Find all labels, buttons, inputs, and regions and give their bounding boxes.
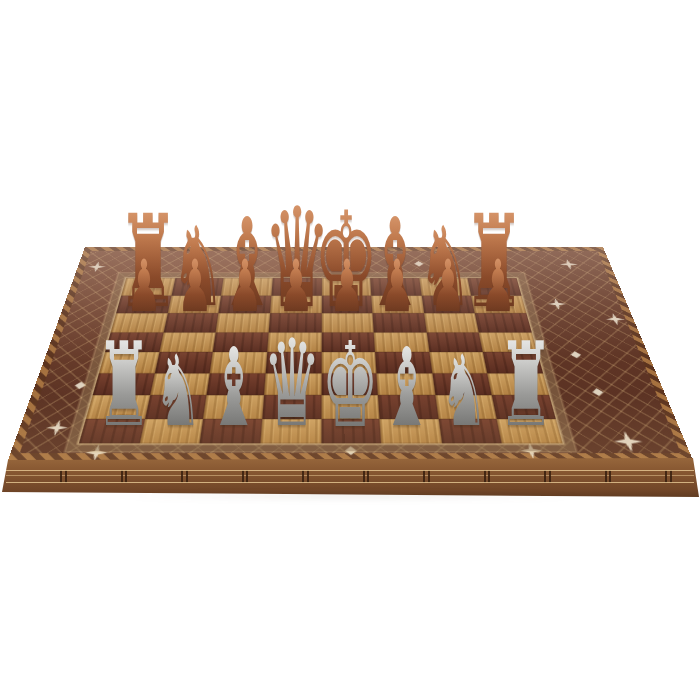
inlay-diamond-icon	[591, 388, 605, 396]
piece-silver-knight-b2[interactable]: ♞	[154, 342, 202, 440]
inlay-star-icon	[610, 431, 646, 452]
piece-copper-pawn-b7[interactable]: ♟	[177, 250, 213, 322]
inlay-star-icon	[44, 420, 71, 436]
piece-silver-knight-g2[interactable]: ♞	[440, 342, 488, 440]
piece-copper-pawn-c7[interactable]: ♟	[227, 250, 263, 322]
inlay-star-icon	[603, 313, 627, 325]
piece-silver-rook-h2[interactable]: ♜	[497, 327, 554, 443]
piece-silver-rook-a2[interactable]: ♜	[95, 327, 152, 443]
inlay-diamond-icon	[74, 382, 87, 390]
piece-silver-bishop-f2[interactable]: ♝	[380, 334, 433, 442]
inlay-diamond-icon	[569, 351, 582, 358]
piece-silver-king-e2[interactable]: ♚	[321, 326, 379, 444]
piece-copper-pawn-g7[interactable]: ♟	[430, 250, 466, 322]
piece-copper-pawn-d7[interactable]: ♟	[278, 250, 314, 322]
piece-copper-pawn-h7[interactable]: ♟	[480, 250, 516, 322]
piece-copper-pawn-e7[interactable]: ♟	[329, 250, 365, 322]
piece-copper-pawn-f7[interactable]: ♟	[379, 250, 415, 322]
inlay-star-icon	[86, 262, 107, 272]
piece-silver-queen-d2[interactable]: ♛	[262, 324, 321, 444]
piece-silver-bishop-c2[interactable]: ♝	[207, 334, 260, 442]
inlay-star-icon	[558, 259, 579, 269]
chess-set-photo: ♜♞♝♛♚♝♞♜♟♟♟♟♟♟♟♟♜♞♝♛♚♝♞♜	[0, 0, 700, 700]
piece-copper-pawn-a7[interactable]: ♟	[126, 250, 162, 322]
inlay-star-icon	[546, 298, 568, 310]
board-edge-banding	[6, 470, 694, 483]
